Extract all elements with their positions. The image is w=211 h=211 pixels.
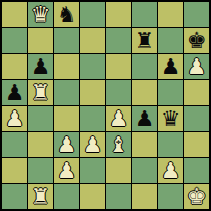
square-c2[interactable]: ♟ bbox=[54, 158, 79, 183]
white-rook-b5-piece[interactable]: ♜ bbox=[31, 80, 51, 105]
square-a1[interactable] bbox=[2, 184, 27, 209]
square-f6[interactable] bbox=[132, 54, 157, 79]
white-queen-b8-piece[interactable]: ♛ bbox=[31, 2, 51, 27]
square-b1[interactable]: ♜ bbox=[28, 184, 53, 209]
black-pawn-b6-piece[interactable]: ♟ bbox=[31, 54, 51, 79]
square-b4[interactable] bbox=[28, 106, 53, 131]
white-pawn-a4-piece[interactable]: ♟ bbox=[5, 106, 25, 131]
square-a3[interactable] bbox=[2, 132, 27, 157]
square-b7[interactable] bbox=[28, 28, 53, 53]
square-g1[interactable] bbox=[158, 184, 183, 209]
black-rook-f7-piece[interactable]: ♜ bbox=[135, 28, 155, 53]
square-e7[interactable] bbox=[106, 28, 131, 53]
square-a8[interactable] bbox=[2, 2, 27, 27]
square-b8[interactable]: ♛ bbox=[28, 2, 53, 27]
square-h3[interactable] bbox=[184, 132, 209, 157]
square-b5[interactable]: ♜ bbox=[28, 80, 53, 105]
square-h4[interactable] bbox=[184, 106, 209, 131]
square-a5[interactable]: ♟ bbox=[2, 80, 27, 105]
square-c8[interactable]: ♞ bbox=[54, 2, 79, 27]
white-king-h1-piece[interactable]: ♚ bbox=[187, 184, 207, 209]
chess-board-frame: ♛♞♜♚♟♟♟♟♜♟♟♟♛♟♟♝♟♟♜♚ bbox=[0, 0, 211, 211]
white-pawn-c2-piece[interactable]: ♟ bbox=[57, 158, 77, 183]
square-c4[interactable] bbox=[54, 106, 79, 131]
square-g3[interactable] bbox=[158, 132, 183, 157]
white-pawn-g2-piece[interactable]: ♟ bbox=[161, 158, 181, 183]
square-g8[interactable] bbox=[158, 2, 183, 27]
square-d7[interactable] bbox=[80, 28, 105, 53]
square-d8[interactable] bbox=[80, 2, 105, 27]
square-g2[interactable]: ♟ bbox=[158, 158, 183, 183]
square-h7[interactable]: ♚ bbox=[184, 28, 209, 53]
white-pawn-d3-piece[interactable]: ♟ bbox=[83, 132, 103, 157]
square-h1[interactable]: ♚ bbox=[184, 184, 209, 209]
square-a2[interactable] bbox=[2, 158, 27, 183]
square-h5[interactable] bbox=[184, 80, 209, 105]
square-d4[interactable] bbox=[80, 106, 105, 131]
square-d6[interactable] bbox=[80, 54, 105, 79]
square-f3[interactable] bbox=[132, 132, 157, 157]
black-queen-g4-piece[interactable]: ♛ bbox=[161, 106, 181, 131]
square-f4[interactable]: ♟ bbox=[132, 106, 157, 131]
square-f2[interactable] bbox=[132, 158, 157, 183]
square-a6[interactable] bbox=[2, 54, 27, 79]
black-pawn-a5-piece[interactable]: ♟ bbox=[5, 80, 25, 105]
square-g6[interactable]: ♟ bbox=[158, 54, 183, 79]
square-h2[interactable] bbox=[184, 158, 209, 183]
square-g4[interactable]: ♛ bbox=[158, 106, 183, 131]
square-f1[interactable] bbox=[132, 184, 157, 209]
square-f5[interactable] bbox=[132, 80, 157, 105]
square-e8[interactable] bbox=[106, 2, 131, 27]
square-e2[interactable] bbox=[106, 158, 131, 183]
square-a7[interactable] bbox=[2, 28, 27, 53]
black-king-h7-piece[interactable]: ♚ bbox=[187, 28, 207, 53]
square-a4[interactable]: ♟ bbox=[2, 106, 27, 131]
square-e1[interactable] bbox=[106, 184, 131, 209]
square-h6[interactable]: ♟ bbox=[184, 54, 209, 79]
square-b2[interactable] bbox=[28, 158, 53, 183]
square-g5[interactable] bbox=[158, 80, 183, 105]
square-c1[interactable] bbox=[54, 184, 79, 209]
square-c6[interactable] bbox=[54, 54, 79, 79]
square-f7[interactable]: ♜ bbox=[132, 28, 157, 53]
square-c5[interactable] bbox=[54, 80, 79, 105]
square-f8[interactable] bbox=[132, 2, 157, 27]
white-bishop-e3-piece[interactable]: ♝ bbox=[109, 132, 129, 157]
white-pawn-c3-piece[interactable]: ♟ bbox=[57, 132, 77, 157]
square-e6[interactable] bbox=[106, 54, 131, 79]
white-pawn-e4-piece[interactable]: ♟ bbox=[109, 106, 129, 131]
square-b6[interactable]: ♟ bbox=[28, 54, 53, 79]
white-pawn-h6-piece[interactable]: ♟ bbox=[187, 54, 207, 79]
square-d2[interactable] bbox=[80, 158, 105, 183]
square-h8[interactable] bbox=[184, 2, 209, 27]
square-c7[interactable] bbox=[54, 28, 79, 53]
square-d5[interactable] bbox=[80, 80, 105, 105]
chess-board: ♛♞♜♚♟♟♟♟♜♟♟♟♛♟♟♝♟♟♜♚ bbox=[2, 2, 209, 209]
square-g7[interactable] bbox=[158, 28, 183, 53]
black-pawn-f4-piece[interactable]: ♟ bbox=[135, 106, 155, 131]
square-c3[interactable]: ♟ bbox=[54, 132, 79, 157]
square-b3[interactable] bbox=[28, 132, 53, 157]
square-e3[interactable]: ♝ bbox=[106, 132, 131, 157]
square-e5[interactable] bbox=[106, 80, 131, 105]
black-pawn-g6-piece[interactable]: ♟ bbox=[161, 54, 181, 79]
black-knight-c8-piece[interactable]: ♞ bbox=[57, 2, 77, 27]
square-d1[interactable] bbox=[80, 184, 105, 209]
square-e4[interactable]: ♟ bbox=[106, 106, 131, 131]
white-rook-b1-piece[interactable]: ♜ bbox=[31, 184, 51, 209]
square-d3[interactable]: ♟ bbox=[80, 132, 105, 157]
